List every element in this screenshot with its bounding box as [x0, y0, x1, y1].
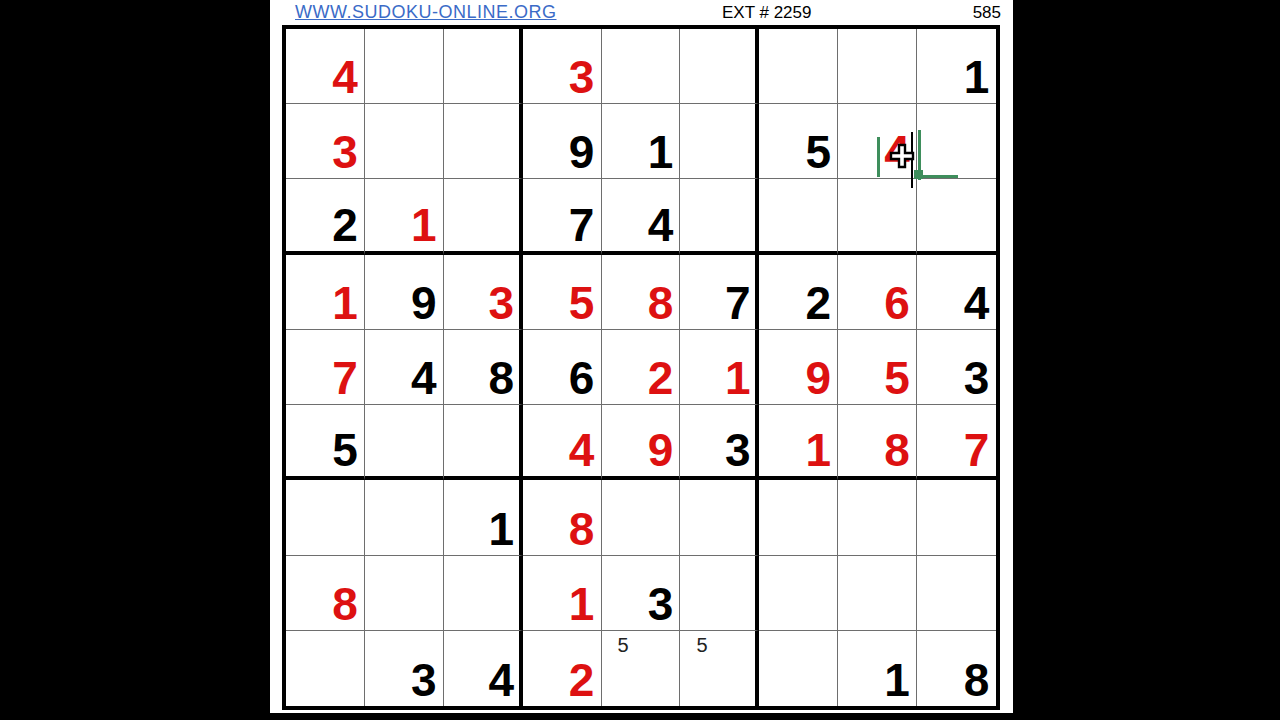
cell-r8c1[interactable]: 8	[286, 556, 365, 631]
digit: 4	[332, 54, 358, 100]
cell-r4c9[interactable]: 4	[917, 255, 996, 330]
digit: 9	[569, 129, 595, 175]
cell-r1c8[interactable]	[838, 29, 917, 104]
cell-r1c3[interactable]	[444, 29, 523, 104]
digit: 2	[332, 202, 358, 248]
site-link[interactable]: WWW.SUDOKU-ONLINE.ORG	[295, 2, 557, 23]
cell-r3c7[interactable]	[759, 179, 838, 254]
cell-r7c5[interactable]	[602, 480, 681, 555]
cell-r5c1[interactable]: 7	[286, 330, 365, 405]
pencil-mark: 5	[696, 635, 707, 655]
digit: 5	[332, 427, 358, 473]
digit: 8	[648, 280, 674, 326]
cell-r8c2[interactable]	[365, 556, 444, 631]
cell-r2c2[interactable]	[365, 104, 444, 179]
cell-r7c2[interactable]	[365, 480, 444, 555]
digit: 5	[805, 129, 831, 175]
cell-r7c4[interactable]: 8	[523, 480, 602, 555]
cell-r7c6[interactable]	[680, 480, 759, 555]
digit: 1	[648, 129, 674, 175]
digit: 5	[884, 355, 910, 401]
cell-r9c7[interactable]	[759, 631, 838, 706]
cell-r9c3[interactable]: 4	[444, 631, 523, 706]
cell-r2c4[interactable]: 9	[523, 104, 602, 179]
cell-r3c6[interactable]	[680, 179, 759, 254]
digit: 2	[648, 355, 674, 401]
cell-r1c7[interactable]	[759, 29, 838, 104]
cell-r2c9[interactable]	[917, 104, 996, 179]
pencil-mark: 5	[618, 635, 629, 655]
digit: 1	[332, 280, 358, 326]
cell-r8c9[interactable]	[917, 556, 996, 631]
cell-r5c3[interactable]: 8	[444, 330, 523, 405]
cell-r8c3[interactable]	[444, 556, 523, 631]
cell-r2c3[interactable]	[444, 104, 523, 179]
digit: 4	[411, 355, 437, 401]
cell-r9c4[interactable]: 2	[523, 631, 602, 706]
digit: 8	[884, 427, 910, 473]
digit: 8	[964, 657, 990, 703]
digit: 1	[411, 202, 437, 248]
cell-r9c6[interactable]: 5	[680, 631, 759, 706]
cell-r4c2[interactable]: 9	[365, 255, 444, 330]
cell-r4c8[interactable]: 6	[838, 255, 917, 330]
cell-r4c4[interactable]: 5	[523, 255, 602, 330]
digit: 8	[488, 355, 514, 401]
cell-r6c5[interactable]: 9	[602, 405, 681, 480]
cell-r6c4[interactable]: 4	[523, 405, 602, 480]
cell-r4c7[interactable]: 2	[759, 255, 838, 330]
cell-r3c9[interactable]	[917, 179, 996, 254]
digit: 3	[725, 427, 751, 473]
digit: 1	[964, 54, 990, 100]
digit: 6	[569, 355, 595, 401]
cell-r6c6[interactable]: 3	[680, 405, 759, 480]
header-bar: WWW.SUDOKU-ONLINE.ORG EXT # 2259 585	[270, 0, 1013, 25]
cell-r6c2[interactable]	[365, 405, 444, 480]
cell-r4c6[interactable]: 7	[680, 255, 759, 330]
cell-r3c5[interactable]: 4	[602, 179, 681, 254]
digit: 7	[964, 427, 990, 473]
cell-r5c6[interactable]: 1	[680, 330, 759, 405]
cell-r1c1[interactable]: 4	[286, 29, 365, 104]
digit: 6	[884, 280, 910, 326]
digit: 2	[805, 280, 831, 326]
cell-r2c8[interactable]: 4	[838, 104, 917, 179]
digit: 1	[488, 506, 514, 552]
cell-r9c8[interactable]: 1	[838, 631, 917, 706]
cell-r2c7[interactable]: 5	[759, 104, 838, 179]
cell-r6c7[interactable]: 1	[759, 405, 838, 480]
digit: 3	[569, 54, 595, 100]
digit: 2	[569, 657, 595, 703]
cell-r2c6[interactable]	[680, 104, 759, 179]
cell-r1c6[interactable]	[680, 29, 759, 104]
cell-r5c8[interactable]: 5	[838, 330, 917, 405]
digit: 3	[648, 581, 674, 627]
digit: 7	[332, 355, 358, 401]
cell-r8c7[interactable]	[759, 556, 838, 631]
cell-r7c9[interactable]	[917, 480, 996, 555]
puzzle-number-label: EXT # 2259	[722, 3, 811, 23]
digit: 8	[569, 506, 595, 552]
cell-r7c1[interactable]	[286, 480, 365, 555]
digit: 3	[964, 355, 990, 401]
cell-r4c5[interactable]: 8	[602, 255, 681, 330]
cell-r7c3[interactable]: 1	[444, 480, 523, 555]
digit: 7	[725, 280, 751, 326]
digit: 8	[332, 581, 358, 627]
cell-r4c1[interactable]: 1	[286, 255, 365, 330]
digit: 7	[569, 202, 595, 248]
cell-r2c5[interactable]: 1	[602, 104, 681, 179]
cell-r3c1[interactable]: 2	[286, 179, 365, 254]
cell-r3c4[interactable]: 7	[523, 179, 602, 254]
digit: 1	[884, 657, 910, 703]
cell-r8c5[interactable]: 3	[602, 556, 681, 631]
cell-r6c8[interactable]: 8	[838, 405, 917, 480]
digit: 4	[569, 427, 595, 473]
cell-r5c4[interactable]: 6	[523, 330, 602, 405]
cell-r3c8[interactable]	[838, 179, 917, 254]
cell-r2c1[interactable]: 3	[286, 104, 365, 179]
digit: 5	[569, 280, 595, 326]
digit: 1	[725, 355, 751, 401]
digit: 4	[488, 657, 514, 703]
cell-r9c5[interactable]: 5	[602, 631, 681, 706]
cell-r9c9[interactable]: 8	[917, 631, 996, 706]
cell-r6c1[interactable]: 5	[286, 405, 365, 480]
sudoku-board: 4313915421741935872647486219535493187188…	[282, 25, 1000, 710]
video-frame: WWW.SUDOKU-ONLINE.ORG EXT # 2259 585 431…	[0, 0, 1280, 720]
digit: 4	[884, 129, 910, 175]
digit: 3	[488, 280, 514, 326]
digit: 4	[964, 280, 990, 326]
cell-r1c5[interactable]	[602, 29, 681, 104]
cell-r7c7[interactable]	[759, 480, 838, 555]
digit: 9	[411, 280, 437, 326]
digit: 1	[805, 427, 831, 473]
cell-r9c1[interactable]	[286, 631, 365, 706]
cell-r1c4[interactable]: 3	[523, 29, 602, 104]
cell-r7c8[interactable]	[838, 480, 917, 555]
cell-r4c3[interactable]: 3	[444, 255, 523, 330]
cell-r8c4[interactable]: 1	[523, 556, 602, 631]
counter-label: 585	[973, 3, 1001, 23]
digit: 3	[411, 657, 437, 703]
cell-r5c7[interactable]: 9	[759, 330, 838, 405]
cell-r1c9[interactable]: 1	[917, 29, 996, 104]
digit: 9	[805, 355, 831, 401]
sudoku-grid: 4313915421741935872647486219535493187188…	[286, 29, 996, 706]
cell-r3c3[interactable]	[444, 179, 523, 254]
digit: 1	[569, 581, 595, 627]
cell-r9c2[interactable]: 3	[365, 631, 444, 706]
cell-r8c6[interactable]	[680, 556, 759, 631]
cell-r3c2[interactable]: 1	[365, 179, 444, 254]
cell-r6c9[interactable]: 7	[917, 405, 996, 480]
cell-r5c2[interactable]: 4	[365, 330, 444, 405]
app-panel: WWW.SUDOKU-ONLINE.ORG EXT # 2259 585 431…	[270, 0, 1013, 713]
cell-r1c2[interactable]	[365, 29, 444, 104]
digit: 3	[332, 129, 358, 175]
cell-r5c9[interactable]: 3	[917, 330, 996, 405]
digit: 9	[648, 427, 674, 473]
digit: 4	[648, 202, 674, 248]
cell-r6c3[interactable]	[444, 405, 523, 480]
cell-r5c5[interactable]: 2	[602, 330, 681, 405]
cell-r8c8[interactable]	[838, 556, 917, 631]
